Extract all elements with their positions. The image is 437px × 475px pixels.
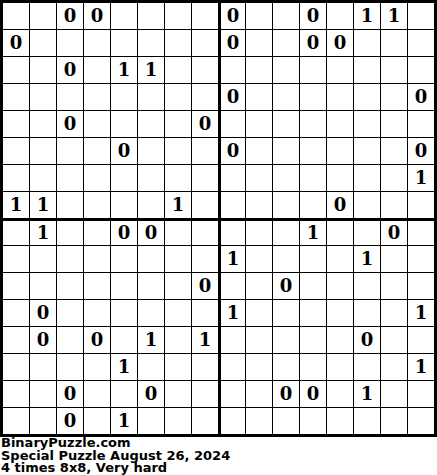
cell-r12-c3[interactable]	[57, 300, 83, 326]
cell-r3-c4[interactable]	[84, 57, 110, 83]
cell-r1-c14: 1	[354, 3, 380, 29]
cell-r8-c10[interactable]	[246, 192, 272, 218]
cell-r9-c5: 0	[111, 219, 137, 245]
cell-r13-c12[interactable]	[300, 327, 326, 353]
cell-r10-c5[interactable]	[111, 246, 137, 272]
cell-r12-c14[interactable]	[354, 300, 380, 326]
cell-r10-c16[interactable]	[408, 246, 434, 272]
cell-r16-c3: 0	[57, 408, 83, 434]
cell-r16-c16[interactable]	[408, 408, 434, 434]
cell-r15-c5[interactable]	[111, 381, 137, 407]
cell-r14-c4[interactable]	[84, 354, 110, 380]
cell-r9-c7[interactable]	[165, 219, 191, 245]
cell-r9-c10[interactable]	[246, 219, 272, 245]
cell-r6-c10[interactable]	[246, 138, 272, 164]
cell-r14-c2[interactable]	[30, 354, 56, 380]
cell-r12-c2: 0	[30, 300, 56, 326]
cell-r3-c6: 1	[138, 57, 164, 83]
cell-r11-c9[interactable]	[219, 273, 245, 299]
cell-r12-c13[interactable]	[327, 300, 353, 326]
cell-r13-c11[interactable]	[273, 327, 299, 353]
cell-r15-c13[interactable]	[327, 381, 353, 407]
cell-r14-c12[interactable]	[300, 354, 326, 380]
cell-r13-c13[interactable]	[327, 327, 353, 353]
cell-r8-c15[interactable]	[381, 192, 407, 218]
cell-r3-c16[interactable]	[408, 57, 434, 83]
cell-r11-c2[interactable]	[30, 273, 56, 299]
cell-r14-c16: 1	[408, 354, 434, 380]
cell-r14-c15[interactable]	[381, 354, 407, 380]
cell-r10-c8[interactable]	[192, 246, 218, 272]
cell-r13-c7[interactable]	[165, 327, 191, 353]
cell-r8-c5[interactable]	[111, 192, 137, 218]
cell-r4-c9: 0	[219, 84, 245, 110]
cell-r2-c3[interactable]	[57, 30, 83, 56]
cell-r7-c3[interactable]	[57, 165, 83, 191]
cell-r3-c10[interactable]	[246, 57, 272, 83]
cell-r15-c2[interactable]	[30, 381, 56, 407]
cell-r9-c4[interactable]	[84, 219, 110, 245]
cell-r15-c1[interactable]	[3, 381, 29, 407]
cell-r3-c7[interactable]	[165, 57, 191, 83]
cell-r2-c1: 0	[3, 30, 29, 56]
cell-r16-c1[interactable]	[3, 408, 29, 434]
cell-r5-c10[interactable]	[246, 111, 272, 137]
cell-r1-c12: 0	[300, 3, 326, 29]
cell-r1-c10[interactable]	[246, 3, 272, 29]
cell-r14-c13[interactable]	[327, 354, 353, 380]
cell-r4-c1[interactable]	[3, 84, 29, 110]
cell-r10-c10[interactable]	[246, 246, 272, 272]
cell-r8-c13: 0	[327, 192, 353, 218]
cell-r15-c11: 0	[273, 381, 299, 407]
cell-r5-c2[interactable]	[30, 111, 56, 137]
cell-r16-c15[interactable]	[381, 408, 407, 434]
cell-r9-c2: 1	[30, 219, 56, 245]
cell-r3-c3: 0	[57, 57, 83, 83]
cell-r4-c5[interactable]	[111, 84, 137, 110]
cell-r7-c15[interactable]	[381, 165, 407, 191]
cell-r10-c12[interactable]	[300, 246, 326, 272]
cell-r16-c5: 1	[111, 408, 137, 434]
cell-r12-c15[interactable]	[381, 300, 407, 326]
cell-r12-c9: 1	[219, 300, 245, 326]
cell-r4-c4[interactable]	[84, 84, 110, 110]
cell-r16-c12[interactable]	[300, 408, 326, 434]
cell-r12-c16: 1	[408, 300, 434, 326]
cell-r5-c11[interactable]	[273, 111, 299, 137]
cell-r6-c11[interactable]	[273, 138, 299, 164]
cell-r8-c14[interactable]	[354, 192, 380, 218]
cell-r7-c10[interactable]	[246, 165, 272, 191]
cell-r3-c11[interactable]	[273, 57, 299, 83]
cell-r10-c11[interactable]	[273, 246, 299, 272]
cell-r3-c8[interactable]	[192, 57, 218, 83]
cell-r11-c3[interactable]	[57, 273, 83, 299]
cell-r14-c6[interactable]	[138, 354, 164, 380]
cell-r7-c16: 1	[408, 165, 434, 191]
cell-r9-c8[interactable]	[192, 219, 218, 245]
cell-r3-c5: 1	[111, 57, 137, 83]
puzzle-board: 0000110000011000000011110100101100011001…	[0, 0, 437, 437]
cell-r12-c10[interactable]	[246, 300, 272, 326]
cell-r15-c3: 0	[57, 381, 83, 407]
cell-r11-c6[interactable]	[138, 273, 164, 299]
cell-r7-c13[interactable]	[327, 165, 353, 191]
cell-r7-c7[interactable]	[165, 165, 191, 191]
cell-r6-c3[interactable]	[57, 138, 83, 164]
cell-r5-c15[interactable]	[381, 111, 407, 137]
cell-r9-c12: 1	[300, 219, 326, 245]
cell-r16-c9[interactable]	[219, 408, 245, 434]
cell-r11-c1[interactable]	[3, 273, 29, 299]
cell-r14-c10[interactable]	[246, 354, 272, 380]
cell-r10-c7[interactable]	[165, 246, 191, 272]
cell-r4-c6[interactable]	[138, 84, 164, 110]
cell-r1-c15: 1	[381, 3, 407, 29]
cell-r6-c12[interactable]	[300, 138, 326, 164]
cell-r2-c8[interactable]	[192, 30, 218, 56]
cell-r5-c1[interactable]	[3, 111, 29, 137]
cell-r14-c5: 1	[111, 354, 137, 380]
cell-r1-c6[interactable]	[138, 3, 164, 29]
cell-r8-c9[interactable]	[219, 192, 245, 218]
cell-r14-c9[interactable]	[219, 354, 245, 380]
cell-r1-c1[interactable]	[3, 3, 29, 29]
cell-r12-c11[interactable]	[273, 300, 299, 326]
cell-r3-c12[interactable]	[300, 57, 326, 83]
cell-r8-c6[interactable]	[138, 192, 164, 218]
cell-r3-c2[interactable]	[30, 57, 56, 83]
cell-r3-c15[interactable]	[381, 57, 407, 83]
cell-r1-c9: 0	[219, 3, 245, 29]
cell-r2-c16[interactable]	[408, 30, 434, 56]
cell-r7-c11[interactable]	[273, 165, 299, 191]
cell-r15-c10[interactable]	[246, 381, 272, 407]
cell-r11-c14[interactable]	[354, 273, 380, 299]
cell-r6-c15[interactable]	[381, 138, 407, 164]
cell-r3-c9[interactable]	[219, 57, 245, 83]
cell-r9-c6: 0	[138, 219, 164, 245]
cell-r1-c5[interactable]	[111, 3, 137, 29]
cell-r8-c8[interactable]	[192, 192, 218, 218]
cell-r2-c10[interactable]	[246, 30, 272, 56]
cell-r11-c4[interactable]	[84, 273, 110, 299]
cell-r7-c14[interactable]	[354, 165, 380, 191]
cell-r2-c12: 0	[300, 30, 326, 56]
cell-r4-c14[interactable]	[354, 84, 380, 110]
cell-r4-c16: 0	[408, 84, 434, 110]
cell-r16-c10[interactable]	[246, 408, 272, 434]
cell-r9-c3[interactable]	[57, 219, 83, 245]
cell-r5-c6[interactable]	[138, 111, 164, 137]
cell-r5-c16[interactable]	[408, 111, 434, 137]
cell-r10-c4[interactable]	[84, 246, 110, 272]
cell-r7-c1[interactable]	[3, 165, 29, 191]
cell-r13-c5[interactable]	[111, 327, 137, 353]
cell-r6-c16: 0	[408, 138, 434, 164]
cell-r7-c12[interactable]	[300, 165, 326, 191]
cell-r5-c13[interactable]	[327, 111, 353, 137]
cell-r9-c1[interactable]	[3, 219, 29, 245]
cell-r3-c13[interactable]	[327, 57, 353, 83]
cell-r4-c3[interactable]	[57, 84, 83, 110]
cell-r8-c4[interactable]	[84, 192, 110, 218]
cell-r6-c7[interactable]	[165, 138, 191, 164]
cell-r1-c16[interactable]	[408, 3, 434, 29]
cell-r11-c13[interactable]	[327, 273, 353, 299]
cell-r10-c14: 1	[354, 246, 380, 272]
cell-r10-c1[interactable]	[3, 246, 29, 272]
cell-r3-c14[interactable]	[354, 57, 380, 83]
cell-r15-c9[interactable]	[219, 381, 245, 407]
cell-r14-c14[interactable]	[354, 354, 380, 380]
cell-r1-c3: 0	[57, 3, 83, 29]
cell-r1-c8[interactable]	[192, 3, 218, 29]
cell-r13-c9[interactable]	[219, 327, 245, 353]
cell-r13-c2: 0	[30, 327, 56, 353]
cell-r9-c13[interactable]	[327, 219, 353, 245]
cell-r6-c4[interactable]	[84, 138, 110, 164]
cell-r13-c14: 0	[354, 327, 380, 353]
cell-r15-c7[interactable]	[165, 381, 191, 407]
cell-r12-c5[interactable]	[111, 300, 137, 326]
cell-r13-c1[interactable]	[3, 327, 29, 353]
cell-r7-c6[interactable]	[138, 165, 164, 191]
cell-r16-c13[interactable]	[327, 408, 353, 434]
cell-r9-c15: 0	[381, 219, 407, 245]
cell-r6-c2[interactable]	[30, 138, 56, 164]
cell-r14-c1[interactable]	[3, 354, 29, 380]
cell-r15-c15[interactable]	[381, 381, 407, 407]
cell-r14-c7[interactable]	[165, 354, 191, 380]
cell-r15-c12: 0	[300, 381, 326, 407]
cell-r14-c3[interactable]	[57, 354, 83, 380]
cell-r10-c3[interactable]	[57, 246, 83, 272]
puzzle-meta: 4 times 8x8, Very hard	[1, 462, 436, 475]
cell-r4-c15[interactable]	[381, 84, 407, 110]
cell-r11-c12[interactable]	[300, 273, 326, 299]
cell-r11-c16[interactable]	[408, 273, 434, 299]
cell-r12-c4[interactable]	[84, 300, 110, 326]
cell-r12-c8[interactable]	[192, 300, 218, 326]
cell-r13-c4: 0	[84, 327, 110, 353]
cell-r2-c4[interactable]	[84, 30, 110, 56]
cell-r2-c5[interactable]	[111, 30, 137, 56]
cell-r15-c8[interactable]	[192, 381, 218, 407]
cell-r15-c14: 1	[354, 381, 380, 407]
cell-r10-c13[interactable]	[327, 246, 353, 272]
cell-r5-c12[interactable]	[300, 111, 326, 137]
cell-r2-c15[interactable]	[381, 30, 407, 56]
binary-puzzle-page: 0000110000011000000011110100101100011001…	[0, 0, 437, 475]
cell-r6-c13[interactable]	[327, 138, 353, 164]
cell-r5-c14[interactable]	[354, 111, 380, 137]
cell-r9-c9[interactable]	[219, 219, 245, 245]
cell-r16-c7[interactable]	[165, 408, 191, 434]
cell-r13-c15[interactable]	[381, 327, 407, 353]
cell-r1-c11[interactable]	[273, 3, 299, 29]
cell-r3-c1[interactable]	[3, 57, 29, 83]
cell-r1-c2[interactable]	[30, 3, 56, 29]
cell-r10-c6[interactable]	[138, 246, 164, 272]
cell-r2-c6[interactable]	[138, 30, 164, 56]
cell-r10-c9: 1	[219, 246, 245, 272]
cell-r5-c8: 0	[192, 111, 218, 137]
cell-r2-c9: 0	[219, 30, 245, 56]
puzzle-caption: BinaryPuzzle.com Special Puzzle August 2…	[1, 437, 436, 475]
cell-r2-c7[interactable]	[165, 30, 191, 56]
cell-r10-c2[interactable]	[30, 246, 56, 272]
cell-r7-c4[interactable]	[84, 165, 110, 191]
cell-r2-c2[interactable]	[30, 30, 56, 56]
cell-r8-c2: 1	[30, 192, 56, 218]
cell-r9-c11[interactable]	[273, 219, 299, 245]
cell-r7-c8[interactable]	[192, 165, 218, 191]
cell-r7-c5[interactable]	[111, 165, 137, 191]
cell-r16-c11[interactable]	[273, 408, 299, 434]
cell-r12-c12[interactable]	[300, 300, 326, 326]
cell-r5-c9[interactable]	[219, 111, 245, 137]
cell-r8-c3[interactable]	[57, 192, 83, 218]
cell-r16-c4[interactable]	[84, 408, 110, 434]
cell-r10-c15[interactable]	[381, 246, 407, 272]
cell-r5-c7[interactable]	[165, 111, 191, 137]
cell-r11-c8: 0	[192, 273, 218, 299]
cell-r16-c8[interactable]	[192, 408, 218, 434]
cell-r6-c6[interactable]	[138, 138, 164, 164]
cell-r4-c2[interactable]	[30, 84, 56, 110]
cell-r13-c3[interactable]	[57, 327, 83, 353]
cell-r2-c13: 0	[327, 30, 353, 56]
cell-r14-c11[interactable]	[273, 354, 299, 380]
cell-r11-c7[interactable]	[165, 273, 191, 299]
cell-r16-c14[interactable]	[354, 408, 380, 434]
cell-r8-c11[interactable]	[273, 192, 299, 218]
cell-r4-c8[interactable]	[192, 84, 218, 110]
cell-r8-c1: 1	[3, 192, 29, 218]
cell-r12-c6[interactable]	[138, 300, 164, 326]
cell-r2-c14[interactable]	[354, 30, 380, 56]
cell-r14-c8[interactable]	[192, 354, 218, 380]
cell-r6-c1[interactable]	[3, 138, 29, 164]
cell-r4-c12[interactable]	[300, 84, 326, 110]
cell-r1-c4: 0	[84, 3, 110, 29]
cell-r5-c3: 0	[57, 111, 83, 137]
cell-r11-c10[interactable]	[246, 273, 272, 299]
cell-r11-c11: 0	[273, 273, 299, 299]
cell-r1-c7[interactable]	[165, 3, 191, 29]
cell-r16-c6[interactable]	[138, 408, 164, 434]
cell-r12-c1[interactable]	[3, 300, 29, 326]
cell-r16-c2[interactable]	[30, 408, 56, 434]
cell-r4-c10[interactable]	[246, 84, 272, 110]
cell-r8-c7: 1	[165, 192, 191, 218]
cell-r8-c12[interactable]	[300, 192, 326, 218]
cell-r6-c8[interactable]	[192, 138, 218, 164]
cell-r11-c5[interactable]	[111, 273, 137, 299]
cell-r2-c11[interactable]	[273, 30, 299, 56]
cell-r1-c13[interactable]	[327, 3, 353, 29]
cell-r13-c10[interactable]	[246, 327, 272, 353]
cell-r5-c4[interactable]	[84, 111, 110, 137]
cell-r15-c16[interactable]	[408, 381, 434, 407]
cell-r7-c9[interactable]	[219, 165, 245, 191]
cell-r13-c6: 1	[138, 327, 164, 353]
cell-r6-c14[interactable]	[354, 138, 380, 164]
cell-r15-c6: 0	[138, 381, 164, 407]
cell-r15-c4[interactable]	[84, 381, 110, 407]
cell-r8-c16[interactable]	[408, 192, 434, 218]
cell-r4-c7[interactable]	[165, 84, 191, 110]
cell-r9-c14[interactable]	[354, 219, 380, 245]
cell-r4-c11[interactable]	[273, 84, 299, 110]
cell-r7-c2[interactable]	[30, 165, 56, 191]
cell-r13-c16[interactable]	[408, 327, 434, 353]
cell-r6-c9: 0	[219, 138, 245, 164]
cell-r9-c16[interactable]	[408, 219, 434, 245]
cell-r11-c15[interactable]	[381, 273, 407, 299]
cell-r5-c5[interactable]	[111, 111, 137, 137]
cell-r12-c7[interactable]	[165, 300, 191, 326]
cell-r6-c5: 0	[111, 138, 137, 164]
cell-r4-c13[interactable]	[327, 84, 353, 110]
cell-r13-c8: 1	[192, 327, 218, 353]
